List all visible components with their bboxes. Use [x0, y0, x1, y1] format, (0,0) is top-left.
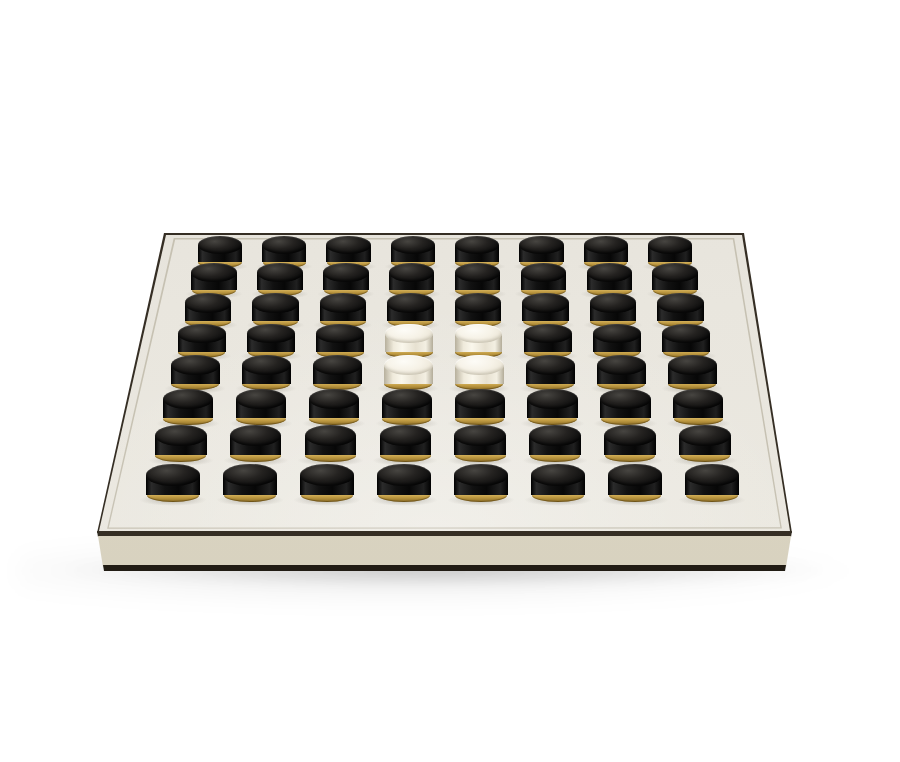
disc-top-face [526, 355, 575, 375]
disc-top-face [455, 293, 502, 312]
pieces-layer [0, 0, 900, 762]
disc-top-face [155, 425, 207, 446]
disc-top-face [185, 293, 232, 312]
disc-black-d6[interactable] [382, 389, 432, 425]
disc-black-a6[interactable] [163, 389, 213, 425]
disc-top-face [300, 464, 353, 486]
disc-black-d2[interactable] [389, 263, 434, 296]
disc-top-face [257, 263, 302, 282]
disc-black-h3[interactable] [657, 293, 704, 327]
disc-top-face [662, 324, 710, 344]
disc-black-c8[interactable] [300, 464, 353, 502]
disc-top-face [679, 425, 731, 446]
disc-black-b7[interactable] [230, 425, 282, 462]
disc-black-c7[interactable] [305, 425, 357, 462]
disc-top-face [171, 355, 220, 375]
disc-black-d7[interactable] [380, 425, 432, 462]
disc-black-f8[interactable] [531, 464, 584, 502]
disc-black-f7[interactable] [529, 425, 581, 462]
disc-top-face [455, 355, 504, 375]
disc-black-f5[interactable] [526, 355, 575, 390]
disc-top-face [323, 263, 368, 282]
disc-black-h8[interactable] [685, 464, 738, 502]
disc-black-c3[interactable] [320, 293, 367, 327]
disc-black-b8[interactable] [223, 464, 276, 502]
disc-black-f6[interactable] [527, 389, 577, 425]
disc-top-face [385, 324, 433, 344]
disc-black-f2[interactable] [521, 263, 566, 296]
disc-black-b5[interactable] [242, 355, 291, 390]
disc-top-face [326, 236, 370, 254]
disc-top-face [223, 464, 276, 486]
disc-black-h4[interactable] [662, 324, 710, 358]
disc-top-face [521, 263, 566, 282]
disc-top-face [604, 425, 656, 446]
disc-top-face [178, 324, 226, 344]
disc-black-b6[interactable] [236, 389, 286, 425]
disc-top-face [455, 389, 505, 410]
disc-white-e4[interactable] [455, 324, 503, 358]
disc-top-face [531, 464, 584, 486]
disc-top-face [587, 263, 632, 282]
disc-top-face [657, 293, 704, 312]
disc-black-a7[interactable] [155, 425, 207, 462]
disc-black-f3[interactable] [522, 293, 569, 327]
disc-top-face [247, 324, 295, 344]
disc-black-e3[interactable] [455, 293, 502, 327]
disc-black-e6[interactable] [455, 389, 505, 425]
disc-top-face [524, 324, 572, 344]
disc-top-face [685, 464, 738, 486]
disc-top-face [668, 355, 717, 375]
disc-black-e8[interactable] [454, 464, 507, 502]
disc-top-face [387, 293, 434, 312]
disc-top-face [252, 293, 299, 312]
disc-black-f4[interactable] [524, 324, 572, 358]
disc-top-face [242, 355, 291, 375]
disc-black-d3[interactable] [387, 293, 434, 327]
disc-black-h5[interactable] [668, 355, 717, 390]
disc-top-face [597, 355, 646, 375]
disc-top-face [384, 355, 433, 375]
disc-black-a8[interactable] [146, 464, 199, 502]
disc-black-g7[interactable] [604, 425, 656, 462]
disc-top-face [454, 464, 507, 486]
disc-black-c2[interactable] [323, 263, 368, 296]
disc-top-face [593, 324, 641, 344]
disc-white-e5[interactable] [455, 355, 504, 390]
disc-top-face [305, 425, 357, 446]
disc-black-b3[interactable] [252, 293, 299, 327]
disc-top-face [377, 464, 430, 486]
disc-black-g8[interactable] [608, 464, 661, 502]
disc-black-h2[interactable] [652, 263, 697, 296]
disc-white-d5[interactable] [384, 355, 433, 390]
disc-black-c4[interactable] [316, 324, 364, 358]
disc-top-face [320, 293, 367, 312]
disc-black-a3[interactable] [185, 293, 232, 327]
disc-top-face [455, 263, 500, 282]
disc-top-face [313, 355, 362, 375]
disc-black-h7[interactable] [679, 425, 731, 462]
disc-top-face [316, 324, 364, 344]
disc-black-c6[interactable] [309, 389, 359, 425]
disc-black-c5[interactable] [313, 355, 362, 390]
disc-black-g3[interactable] [590, 293, 637, 327]
disc-top-face [454, 425, 506, 446]
disc-black-g2[interactable] [587, 263, 632, 296]
disc-black-b4[interactable] [247, 324, 295, 358]
disc-top-face [590, 293, 637, 312]
disc-black-d8[interactable] [377, 464, 430, 502]
disc-black-a2[interactable] [191, 263, 236, 296]
disc-white-d4[interactable] [385, 324, 433, 358]
disc-top-face [146, 464, 199, 486]
disc-top-face [529, 425, 581, 446]
disc-top-face [608, 464, 661, 486]
disc-top-face [519, 236, 563, 254]
disc-black-e2[interactable] [455, 263, 500, 296]
disc-top-face [522, 293, 569, 312]
disc-black-g6[interactable] [600, 389, 650, 425]
disc-black-g5[interactable] [597, 355, 646, 390]
disc-top-face [380, 425, 432, 446]
othello-board[interactable] [0, 0, 900, 762]
disc-top-face [600, 389, 650, 410]
product-photo [0, 0, 900, 762]
disc-black-a4[interactable] [178, 324, 226, 358]
disc-top-face [652, 263, 697, 282]
disc-black-g4[interactable] [593, 324, 641, 358]
disc-top-face [389, 263, 434, 282]
disc-top-face [527, 389, 577, 410]
disc-black-h6[interactable] [673, 389, 723, 425]
disc-black-b2[interactable] [257, 263, 302, 296]
disc-top-face [230, 425, 282, 446]
disc-top-face [191, 263, 236, 282]
disc-black-e7[interactable] [454, 425, 506, 462]
disc-black-a5[interactable] [171, 355, 220, 390]
